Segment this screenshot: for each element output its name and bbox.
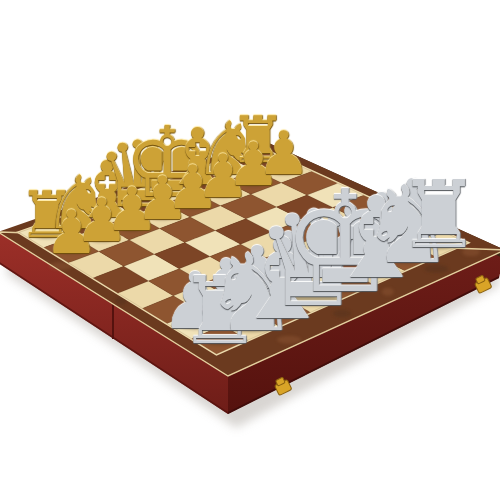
border-grain (333, 310, 351, 318)
chess-set-photo: ♜♞♝♛♚♝♞♜♟♟♟♟♟♟♟♟♟♟♟♟♟♟♟♟♜♞♝♛♚♝♞♜ (0, 0, 500, 500)
piece-shadow (90, 236, 113, 242)
chess-board (0, 0, 500, 500)
piece-shadow (92, 210, 122, 218)
border-grain (277, 336, 301, 344)
piece-shadow (272, 169, 295, 175)
piece-shadow (318, 279, 372, 293)
piece-shadow (180, 322, 210, 330)
piece-shadow (149, 188, 186, 198)
piece-shadow (421, 240, 456, 249)
piece-shadow (211, 308, 241, 316)
piece-shadow (181, 203, 204, 209)
piece-shadow (261, 308, 304, 319)
piece-shadow (121, 225, 144, 231)
piece-shadow (398, 229, 428, 237)
piece-shadow (35, 232, 59, 238)
border-grain (382, 288, 394, 296)
piece-shadow (63, 221, 91, 228)
piece-shadow (212, 191, 235, 197)
piece-shadow (336, 255, 366, 263)
piece-shadow (214, 167, 242, 174)
piece-shadow (246, 157, 270, 163)
piece-shadow (387, 253, 428, 264)
piece-shadow (231, 322, 272, 333)
piece-shadow (202, 336, 237, 345)
piece-shadow (305, 269, 335, 277)
piece-shadow (367, 242, 397, 250)
piece-shadow (151, 214, 174, 220)
piece-shadow (355, 266, 398, 277)
piece-shadow (60, 248, 83, 254)
piece-shadow (242, 180, 265, 186)
piece-shadow (242, 295, 272, 303)
piece-shadow (274, 282, 304, 290)
piece-shadow (183, 178, 213, 186)
piece-shadow (289, 293, 339, 306)
box-fold-seam (112, 303, 114, 339)
border-grain (424, 265, 448, 273)
piece-shadow (120, 199, 155, 208)
